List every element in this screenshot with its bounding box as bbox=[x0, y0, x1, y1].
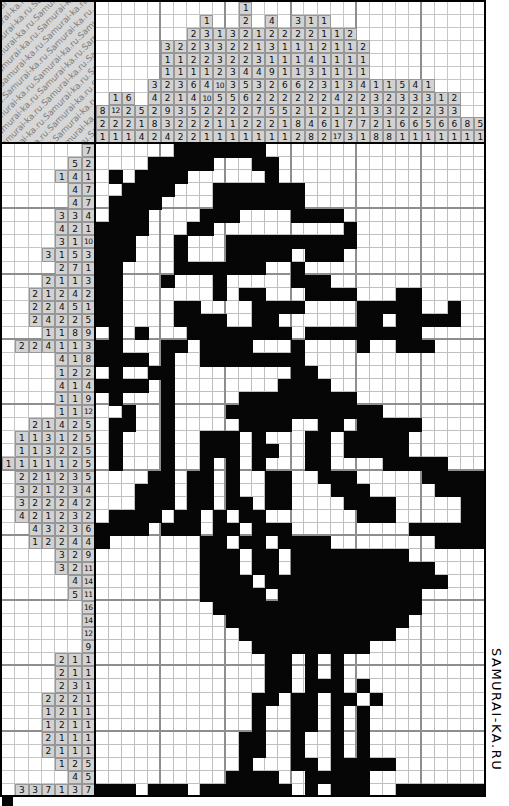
board-cell-filled[interactable] bbox=[213, 275, 227, 289]
board-cell-filled[interactable] bbox=[109, 314, 123, 328]
board-cell-filled[interactable] bbox=[305, 392, 319, 406]
board-cell-filled[interactable] bbox=[396, 314, 410, 328]
board-cell-filled[interactable] bbox=[265, 627, 279, 641]
board-cell-filled[interactable] bbox=[239, 510, 253, 524]
board-cell-filled[interactable] bbox=[187, 314, 201, 328]
board-cell-filled[interactable] bbox=[331, 706, 345, 720]
board-cell-filled[interactable] bbox=[135, 484, 149, 498]
board-cell-filled[interactable] bbox=[448, 536, 462, 550]
board-cell-filled[interactable] bbox=[278, 536, 292, 550]
board-cell-filled[interactable] bbox=[265, 196, 279, 210]
board-cell-filled[interactable] bbox=[252, 183, 266, 197]
board-cell-filled[interactable] bbox=[96, 523, 110, 537]
board-cell-filled[interactable] bbox=[135, 510, 149, 524]
board-cell-filled[interactable] bbox=[109, 288, 123, 302]
board-cell-filled[interactable] bbox=[422, 457, 436, 471]
board-cell-filled[interactable] bbox=[305, 588, 319, 602]
board-cell-filled[interactable] bbox=[200, 471, 214, 485]
board-cell-filled[interactable] bbox=[383, 301, 397, 315]
board-cell-filled[interactable] bbox=[252, 457, 266, 471]
board-cell-filled[interactable] bbox=[96, 379, 110, 393]
board-cell-filled[interactable] bbox=[291, 627, 305, 641]
board-cell-filled[interactable] bbox=[409, 314, 423, 328]
board-cell-filled[interactable] bbox=[96, 314, 110, 328]
board-cell-filled[interactable] bbox=[357, 640, 371, 654]
board-cell-filled[interactable] bbox=[422, 314, 436, 328]
board-cell-filled[interactable] bbox=[383, 510, 397, 524]
board-cell-filled[interactable] bbox=[409, 288, 423, 302]
board-cell-filled[interactable] bbox=[305, 275, 319, 289]
board-cell-filled[interactable] bbox=[331, 575, 345, 589]
board-cell-filled[interactable] bbox=[383, 497, 397, 511]
board-cell-filled[interactable] bbox=[305, 719, 319, 733]
board-cell-filled[interactable] bbox=[383, 457, 397, 471]
board-cell-filled[interactable] bbox=[265, 157, 279, 171]
board-cell-filled[interactable] bbox=[187, 301, 201, 315]
board-cell-filled[interactable] bbox=[109, 327, 123, 341]
board-cell-filled[interactable] bbox=[331, 758, 345, 772]
board-cell-filled[interactable] bbox=[291, 614, 305, 628]
board-cell-filled[interactable] bbox=[148, 471, 162, 485]
board-cell-filled[interactable] bbox=[278, 196, 292, 210]
board-cell-filled[interactable] bbox=[174, 170, 188, 184]
board-cell-filled[interactable] bbox=[278, 418, 292, 432]
board-cell-filled[interactable] bbox=[109, 248, 123, 262]
board-cell-filled[interactable] bbox=[265, 601, 279, 615]
board-cell-filled[interactable] bbox=[305, 431, 319, 445]
board-cell-filled[interactable] bbox=[252, 262, 266, 276]
board-cell-filled[interactable] bbox=[357, 627, 371, 641]
board-cell-filled[interactable] bbox=[422, 340, 436, 354]
board-cell-filled[interactable] bbox=[331, 693, 345, 707]
board-cell-filled[interactable] bbox=[318, 418, 332, 432]
board-cell-filled[interactable] bbox=[370, 301, 384, 315]
board-cell-filled[interactable] bbox=[370, 418, 384, 432]
board-cell-filled[interactable] bbox=[331, 484, 345, 498]
board-cell-filled[interactable] bbox=[370, 627, 384, 641]
board-cell-filled[interactable] bbox=[200, 444, 214, 458]
board-cell-filled[interactable] bbox=[291, 301, 305, 315]
board-cell-filled[interactable] bbox=[226, 248, 240, 262]
board-cell-filled[interactable] bbox=[187, 262, 201, 276]
board-cell-filled[interactable] bbox=[409, 562, 423, 576]
board-cell-filled[interactable] bbox=[331, 679, 345, 693]
board-cell-filled[interactable] bbox=[226, 457, 240, 471]
board-cell-filled[interactable] bbox=[213, 588, 227, 602]
board-cell-filled[interactable] bbox=[318, 392, 332, 406]
board-cell-filled[interactable] bbox=[278, 666, 292, 680]
board-cell-filled[interactable] bbox=[357, 758, 371, 772]
board-cell-filled[interactable] bbox=[148, 484, 162, 498]
board-cell-filled[interactable] bbox=[265, 666, 279, 680]
board-cell-filled[interactable] bbox=[370, 405, 384, 419]
board-cell-filled[interactable] bbox=[291, 275, 305, 289]
board-cell-filled[interactable] bbox=[161, 523, 175, 537]
board-cell-filled[interactable] bbox=[409, 418, 423, 432]
board-cell-filled[interactable] bbox=[331, 471, 345, 485]
board-cell-filled[interactable] bbox=[383, 431, 397, 445]
board-cell-filled[interactable] bbox=[252, 444, 266, 458]
board-cell-filled[interactable] bbox=[239, 627, 253, 641]
board-cell-filled[interactable] bbox=[239, 248, 253, 262]
board-cell-filled[interactable] bbox=[278, 601, 292, 615]
board-cell-filled[interactable] bbox=[252, 392, 266, 406]
board-cell-filled[interactable] bbox=[331, 771, 345, 785]
board-cell-filled[interactable] bbox=[291, 745, 305, 759]
board-cell-filled[interactable] bbox=[226, 431, 240, 445]
board-cell-filled[interactable] bbox=[318, 614, 332, 628]
board-cell-filled[interactable] bbox=[200, 497, 214, 511]
board-cell-filled[interactable] bbox=[265, 170, 279, 184]
board-cell-filled[interactable] bbox=[122, 379, 136, 393]
board-cell-filled[interactable] bbox=[396, 588, 410, 602]
board-cell-filled[interactable] bbox=[161, 392, 175, 406]
board-cell-filled[interactable] bbox=[305, 653, 319, 667]
board-cell-filled[interactable] bbox=[370, 549, 384, 563]
board-cell-filled[interactable] bbox=[318, 248, 332, 262]
board-cell-filled[interactable] bbox=[344, 235, 358, 249]
board-cell-filled[interactable] bbox=[252, 235, 266, 249]
board-cell-filled[interactable] bbox=[318, 471, 332, 485]
board-cell-filled[interactable] bbox=[213, 144, 227, 158]
board-cell-filled[interactable] bbox=[135, 196, 149, 210]
board-cell-filled[interactable] bbox=[265, 484, 279, 498]
board-cell-filled[interactable] bbox=[278, 679, 292, 693]
board-cell-filled[interactable] bbox=[122, 248, 136, 262]
board-cell-filled[interactable] bbox=[96, 353, 110, 367]
board-cell-filled[interactable] bbox=[318, 588, 332, 602]
board-cell-filled[interactable] bbox=[109, 170, 123, 184]
board-cell-filled[interactable] bbox=[344, 484, 358, 498]
board-cell-filled[interactable] bbox=[331, 745, 345, 759]
board-cell-filled[interactable] bbox=[357, 301, 371, 315]
board-cell-filled[interactable] bbox=[239, 183, 253, 197]
board-cell-filled[interactable] bbox=[278, 640, 292, 654]
board-cell-filled[interactable] bbox=[239, 758, 253, 772]
board-cell-filled[interactable] bbox=[265, 418, 279, 432]
board-cell-filled[interactable] bbox=[357, 510, 371, 524]
board-cell-filled[interactable] bbox=[148, 196, 162, 210]
board-cell-filled[interactable] bbox=[305, 457, 319, 471]
board-cell-filled[interactable] bbox=[305, 666, 319, 680]
board-cell-filled[interactable] bbox=[331, 235, 345, 249]
board-cell-filled[interactable] bbox=[409, 340, 423, 354]
board-cell-filled[interactable] bbox=[252, 327, 266, 341]
board-cell-filled[interactable] bbox=[226, 471, 240, 485]
board-cell-filled[interactable] bbox=[305, 614, 319, 628]
board-cell-filled[interactable] bbox=[213, 510, 227, 524]
board-cell-filled[interactable] bbox=[252, 745, 266, 759]
board-cell-filled[interactable] bbox=[174, 301, 188, 315]
board-cell-filled[interactable] bbox=[174, 157, 188, 171]
board-cell-filled[interactable] bbox=[252, 523, 266, 537]
board-cell-filled[interactable] bbox=[265, 679, 279, 693]
board-cell-filled[interactable] bbox=[383, 549, 397, 563]
board-cell-filled[interactable] bbox=[291, 196, 305, 210]
board-cell-filled[interactable] bbox=[226, 209, 240, 223]
board-cell-filled[interactable] bbox=[396, 614, 410, 628]
board-cell-filled[interactable] bbox=[396, 457, 410, 471]
board-cell-filled[interactable] bbox=[344, 497, 358, 511]
board-cell-filled[interactable] bbox=[278, 353, 292, 367]
board-cell-filled[interactable] bbox=[278, 301, 292, 315]
board-cell-filled[interactable] bbox=[305, 562, 319, 576]
board-cell-filled[interactable] bbox=[252, 732, 266, 746]
board-cell-filled[interactable] bbox=[370, 693, 384, 707]
board-cell-filled[interactable] bbox=[357, 562, 371, 576]
board-cell-filled[interactable] bbox=[278, 588, 292, 602]
board-cell-filled[interactable] bbox=[96, 301, 110, 315]
board-cell-filled[interactable] bbox=[435, 536, 449, 550]
board-cell-filled[interactable] bbox=[252, 601, 266, 615]
board-cell-filled[interactable] bbox=[291, 719, 305, 733]
board-cell-filled[interactable] bbox=[396, 549, 410, 563]
board-cell-filled[interactable] bbox=[331, 627, 345, 641]
board-cell-filled[interactable] bbox=[331, 209, 345, 223]
board-cell-filled[interactable] bbox=[161, 444, 175, 458]
board-cell-filled[interactable] bbox=[239, 235, 253, 249]
board-cell-filled[interactable] bbox=[109, 353, 123, 367]
board-cell-filled[interactable] bbox=[318, 627, 332, 641]
board-cell-filled[interactable] bbox=[148, 170, 162, 184]
board-cell-filled[interactable] bbox=[109, 444, 123, 458]
board-cell-filled[interactable] bbox=[331, 640, 345, 654]
board-cell-filled[interactable] bbox=[239, 418, 253, 432]
board-cell-filled[interactable] bbox=[448, 301, 462, 315]
board-cell-filled[interactable] bbox=[265, 562, 279, 576]
board-cell-filled[interactable] bbox=[291, 575, 305, 589]
board-cell-filled[interactable] bbox=[305, 706, 319, 720]
board-cell-filled[interactable] bbox=[344, 771, 358, 785]
board-cell-filled[interactable] bbox=[396, 575, 410, 589]
board-cell-filled[interactable] bbox=[383, 562, 397, 576]
board-cell-filled[interactable] bbox=[461, 523, 475, 537]
board-cell-filled[interactable] bbox=[252, 405, 266, 419]
board-cell-filled[interactable] bbox=[109, 209, 123, 223]
board-cell-filled[interactable] bbox=[96, 248, 110, 262]
board-cell-filled[interactable] bbox=[96, 536, 110, 550]
board-cell-filled[interactable] bbox=[109, 235, 123, 249]
board-cell-filled[interactable] bbox=[357, 771, 371, 785]
board-cell-filled[interactable] bbox=[305, 549, 319, 563]
board-cell-filled[interactable] bbox=[291, 693, 305, 707]
board-cell-filled[interactable] bbox=[265, 301, 279, 315]
board-cell-filled[interactable] bbox=[318, 549, 332, 563]
board-cell-filled[interactable] bbox=[265, 653, 279, 667]
board-cell-filled[interactable] bbox=[291, 706, 305, 720]
board-cell-filled[interactable] bbox=[344, 549, 358, 563]
board-cell-filled[interactable] bbox=[318, 379, 332, 393]
board-cell-filled[interactable] bbox=[265, 693, 279, 707]
board-cell-filled[interactable] bbox=[252, 288, 266, 302]
board-cell-filled[interactable] bbox=[148, 497, 162, 511]
board-cell-filled[interactable] bbox=[200, 562, 214, 576]
board-cell-filled[interactable] bbox=[396, 601, 410, 615]
board-cell-filled[interactable] bbox=[357, 497, 371, 511]
board-cell-filled[interactable] bbox=[213, 549, 227, 563]
board-cell-filled[interactable] bbox=[213, 314, 227, 328]
board-cell-filled[interactable] bbox=[252, 144, 266, 158]
board-cell-filled[interactable] bbox=[383, 627, 397, 641]
board-cell-filled[interactable] bbox=[213, 183, 227, 197]
board-cell-filled[interactable] bbox=[422, 575, 436, 589]
board-cell-filled[interactable] bbox=[383, 327, 397, 341]
board-cell-filled[interactable] bbox=[291, 235, 305, 249]
board-cell-filled[interactable] bbox=[357, 732, 371, 746]
board-cell-filled[interactable] bbox=[278, 653, 292, 667]
board-cell-filled[interactable] bbox=[331, 418, 345, 432]
board-cell-filled[interactable] bbox=[396, 327, 410, 341]
board-cell-filled[interactable] bbox=[357, 706, 371, 720]
board-cell-filled[interactable] bbox=[226, 484, 240, 498]
board-cell-filled[interactable] bbox=[448, 484, 462, 498]
board-cell-filled[interactable] bbox=[213, 536, 227, 550]
board-cell-filled[interactable] bbox=[370, 575, 384, 589]
board-cell-filled[interactable] bbox=[344, 405, 358, 419]
board-cell-filled[interactable] bbox=[409, 301, 423, 315]
board-cell-filled[interactable] bbox=[409, 575, 423, 589]
board-cell-filled[interactable] bbox=[226, 614, 240, 628]
board-cell-filled[interactable] bbox=[239, 340, 253, 354]
board-cell-filled[interactable] bbox=[96, 288, 110, 302]
board-cell-filled[interactable] bbox=[357, 588, 371, 602]
board-cell-filled[interactable] bbox=[135, 170, 149, 184]
board-cell-filled[interactable] bbox=[226, 196, 240, 210]
board-cell-filled[interactable] bbox=[448, 523, 462, 537]
board-cell-filled[interactable] bbox=[135, 183, 149, 197]
board-cell-filled[interactable] bbox=[109, 366, 123, 380]
board-cell-filled[interactable] bbox=[357, 719, 371, 733]
board-cell-filled[interactable] bbox=[265, 353, 279, 367]
board-cell-filled[interactable] bbox=[278, 379, 292, 393]
board-cell-filled[interactable] bbox=[357, 575, 371, 589]
board-cell-filled[interactable] bbox=[370, 327, 384, 341]
board-cell-filled[interactable] bbox=[461, 471, 475, 485]
board-cell-filled[interactable] bbox=[435, 471, 449, 485]
board-cell-filled[interactable] bbox=[213, 601, 227, 615]
board-cell-filled[interactable] bbox=[357, 601, 371, 615]
board-cell-filled[interactable] bbox=[187, 327, 201, 341]
board-cell-filled[interactable] bbox=[109, 196, 123, 210]
board-cell-filled[interactable] bbox=[383, 614, 397, 628]
board-cell-filled[interactable] bbox=[278, 392, 292, 406]
board-cell-filled[interactable] bbox=[344, 614, 358, 628]
board-cell-filled[interactable] bbox=[318, 431, 332, 445]
board-cell-filled[interactable] bbox=[291, 562, 305, 576]
board-cell-filled[interactable] bbox=[461, 536, 475, 550]
board-cell-filled[interactable] bbox=[265, 640, 279, 654]
board-cell-filled[interactable] bbox=[370, 758, 384, 772]
board-cell-filled[interactable] bbox=[331, 288, 345, 302]
board-cell-filled[interactable] bbox=[291, 340, 305, 354]
board-cell-filled[interactable] bbox=[174, 235, 188, 249]
board-cell-filled[interactable] bbox=[291, 379, 305, 393]
board-cell-filled[interactable] bbox=[213, 209, 227, 223]
board-cell-filled[interactable] bbox=[226, 588, 240, 602]
board-cell-filled[interactable] bbox=[409, 523, 423, 537]
board-cell-filled[interactable] bbox=[396, 431, 410, 445]
board-cell-filled[interactable] bbox=[174, 510, 188, 524]
board-cell-filled[interactable] bbox=[331, 732, 345, 746]
board-cell-filled[interactable] bbox=[357, 679, 371, 693]
board-cell-filled[interactable] bbox=[305, 771, 319, 785]
board-cell-filled[interactable] bbox=[265, 392, 279, 406]
board-cell-filled[interactable] bbox=[370, 588, 384, 602]
board-cell-filled[interactable] bbox=[291, 209, 305, 223]
board-cell-filled[interactable] bbox=[422, 471, 436, 485]
board-cell-filled[interactable] bbox=[135, 497, 149, 511]
board-cell-filled[interactable] bbox=[331, 549, 345, 563]
board-cell-filled[interactable] bbox=[213, 353, 227, 367]
board-cell-filled[interactable] bbox=[226, 353, 240, 367]
board-cell-filled[interactable] bbox=[265, 444, 279, 458]
board-cell-filled[interactable] bbox=[278, 523, 292, 537]
board-cell-filled[interactable] bbox=[318, 536, 332, 550]
board-cell-filled[interactable] bbox=[291, 366, 305, 380]
board-cell-filled[interactable] bbox=[305, 288, 319, 302]
board-cell-filled[interactable] bbox=[226, 497, 240, 511]
board-cell-filled[interactable] bbox=[109, 418, 123, 432]
board-cell-filled[interactable] bbox=[291, 353, 305, 367]
board-cell-filled[interactable] bbox=[252, 549, 266, 563]
board-cell-filled[interactable] bbox=[383, 575, 397, 589]
board-cell-filled[interactable] bbox=[291, 536, 305, 550]
board-cell-filled[interactable] bbox=[187, 471, 201, 485]
board-cell-filled[interactable] bbox=[122, 418, 136, 432]
board-cell-filled[interactable] bbox=[213, 327, 227, 341]
board-cell-filled[interactable] bbox=[331, 614, 345, 628]
board-cell-filled[interactable] bbox=[265, 327, 279, 341]
board-cell-filled[interactable] bbox=[148, 183, 162, 197]
board-cell-filled[interactable] bbox=[161, 457, 175, 471]
board-cell-filled[interactable] bbox=[448, 471, 462, 485]
board-cell-filled[interactable] bbox=[187, 222, 201, 236]
board-cell-filled[interactable] bbox=[265, 549, 279, 563]
board-cell-filled[interactable] bbox=[344, 288, 358, 302]
board-cell-filled[interactable] bbox=[265, 183, 279, 197]
board-cell-filled[interactable] bbox=[239, 288, 253, 302]
board-cell-filled[interactable] bbox=[148, 157, 162, 171]
board-cell-filled[interactable] bbox=[161, 484, 175, 498]
board-cell-filled[interactable] bbox=[318, 575, 332, 589]
board-cell-filled[interactable] bbox=[278, 183, 292, 197]
board-cell-filled[interactable] bbox=[96, 340, 110, 354]
board-cell-filled[interactable] bbox=[409, 327, 423, 341]
board-cell-filled[interactable] bbox=[370, 562, 384, 576]
board-cell-filled[interactable] bbox=[174, 248, 188, 262]
board-cell-filled[interactable] bbox=[344, 471, 358, 485]
board-cell-filled[interactable] bbox=[213, 575, 227, 589]
board-cell-filled[interactable] bbox=[187, 510, 201, 524]
board-cell-filled[interactable] bbox=[318, 209, 332, 223]
board-cell-filled[interactable] bbox=[331, 392, 345, 406]
board-cell-filled[interactable] bbox=[252, 706, 266, 720]
board-cell-filled[interactable] bbox=[226, 562, 240, 576]
board-cell-filled[interactable] bbox=[278, 235, 292, 249]
board-cell-filled[interactable] bbox=[122, 523, 136, 537]
board-cell-filled[interactable] bbox=[122, 209, 136, 223]
board-cell-filled[interactable] bbox=[305, 379, 319, 393]
board-cell-filled[interactable] bbox=[318, 457, 332, 471]
board-cell-filled[interactable] bbox=[252, 248, 266, 262]
board-cell-filled[interactable] bbox=[461, 484, 475, 498]
board-cell-filled[interactable] bbox=[331, 588, 345, 602]
board-cell-filled[interactable] bbox=[291, 732, 305, 746]
board-cell-filled[interactable] bbox=[239, 262, 253, 276]
board-cell-filled[interactable] bbox=[291, 601, 305, 615]
board-cell-filled[interactable] bbox=[200, 484, 214, 498]
board-cell-filled[interactable] bbox=[396, 444, 410, 458]
